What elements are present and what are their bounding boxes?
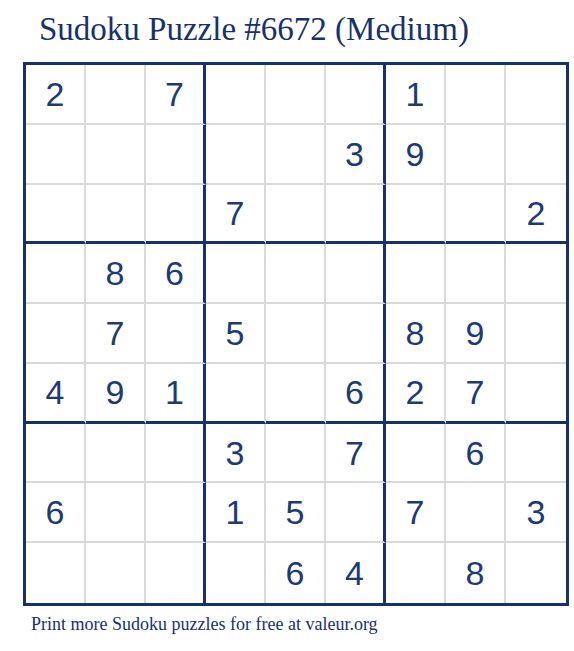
cell-r4c8 [446, 244, 506, 304]
cell-r5c8: 9 [446, 304, 506, 364]
cell-r6c6: 6 [326, 364, 386, 424]
cell-r7c1 [26, 424, 86, 484]
cell-r8c9: 3 [506, 483, 566, 543]
cell-r3c6 [326, 185, 386, 245]
cell-r1c7: 1 [386, 65, 446, 125]
cell-r5c4: 5 [206, 304, 266, 364]
cell-r8c7: 7 [386, 483, 446, 543]
cell-r1c8 [446, 65, 506, 125]
cell-r1c6 [326, 65, 386, 125]
cell-r5c6 [326, 304, 386, 364]
cell-r7c7 [386, 424, 446, 484]
cell-r6c4 [206, 364, 266, 424]
cell-r9c3 [146, 543, 206, 603]
cell-r1c3: 7 [146, 65, 206, 125]
cell-r4c7 [386, 244, 446, 304]
cell-r3c1 [26, 185, 86, 245]
cell-r2c3 [146, 125, 206, 185]
cell-r4c6 [326, 244, 386, 304]
cell-r4c1 [26, 244, 86, 304]
cell-r7c2 [86, 424, 146, 484]
cell-r6c1: 4 [26, 364, 86, 424]
cell-r9c4 [206, 543, 266, 603]
cell-r8c4: 1 [206, 483, 266, 543]
cell-r5c1 [26, 304, 86, 364]
cell-r8c8 [446, 483, 506, 543]
cell-r1c5 [266, 65, 326, 125]
cell-r4c4 [206, 244, 266, 304]
cell-r3c3 [146, 185, 206, 245]
cell-r3c7 [386, 185, 446, 245]
cell-r8c5: 5 [266, 483, 326, 543]
cell-r4c2: 8 [86, 244, 146, 304]
cell-r9c7 [386, 543, 446, 603]
cell-r2c5 [266, 125, 326, 185]
cell-r6c7: 2 [386, 364, 446, 424]
cell-r2c4 [206, 125, 266, 185]
cell-r5c9 [506, 304, 566, 364]
cell-r6c8: 7 [446, 364, 506, 424]
cell-r5c5 [266, 304, 326, 364]
cell-r4c3: 6 [146, 244, 206, 304]
cell-r1c4 [206, 65, 266, 125]
cell-r9c9 [506, 543, 566, 603]
cell-r9c1 [26, 543, 86, 603]
cell-r9c6: 4 [326, 543, 386, 603]
cell-r6c9 [506, 364, 566, 424]
cell-r6c5 [266, 364, 326, 424]
cell-r2c9 [506, 125, 566, 185]
cell-r1c2 [86, 65, 146, 125]
sudoku-grid: 271397286758949162737661573648 [23, 62, 569, 606]
cell-r4c5 [266, 244, 326, 304]
footer-text: Print more Sudoku puzzles for free at va… [31, 614, 378, 635]
cell-r1c9 [506, 65, 566, 125]
cell-r7c5 [266, 424, 326, 484]
cell-r7c3 [146, 424, 206, 484]
cell-r2c8 [446, 125, 506, 185]
cell-r5c3 [146, 304, 206, 364]
cell-r2c6: 3 [326, 125, 386, 185]
cell-r6c3: 1 [146, 364, 206, 424]
cell-r3c9: 2 [506, 185, 566, 245]
cell-r4c9 [506, 244, 566, 304]
page-title: Sudoku Puzzle #6672 (Medium) [39, 11, 469, 48]
cell-r2c1 [26, 125, 86, 185]
cell-r7c6: 7 [326, 424, 386, 484]
cell-r3c8 [446, 185, 506, 245]
cell-r7c4: 3 [206, 424, 266, 484]
cell-r1c1: 2 [26, 65, 86, 125]
cell-r2c7: 9 [386, 125, 446, 185]
cell-r9c5: 6 [266, 543, 326, 603]
cell-r7c9 [506, 424, 566, 484]
cell-r8c3 [146, 483, 206, 543]
cell-r3c5 [266, 185, 326, 245]
cell-r3c2 [86, 185, 146, 245]
cell-r3c4: 7 [206, 185, 266, 245]
cell-r9c2 [86, 543, 146, 603]
cell-r9c8: 8 [446, 543, 506, 603]
cell-r8c2 [86, 483, 146, 543]
cell-r2c2 [86, 125, 146, 185]
cell-r8c1: 6 [26, 483, 86, 543]
cell-r7c8: 6 [446, 424, 506, 484]
cell-r6c2: 9 [86, 364, 146, 424]
cell-r8c6 [326, 483, 386, 543]
cell-r5c2: 7 [86, 304, 146, 364]
cell-r5c7: 8 [386, 304, 446, 364]
